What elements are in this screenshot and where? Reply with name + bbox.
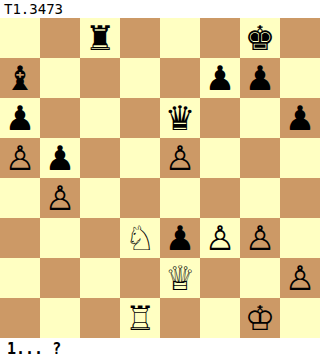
square-g2[interactable] <box>240 258 280 298</box>
square-g6[interactable] <box>240 98 280 138</box>
footer: 1... ? <box>0 338 320 360</box>
square-b5[interactable]: ♟ <box>40 138 80 178</box>
square-d8[interactable] <box>120 18 160 58</box>
square-h1[interactable] <box>280 298 320 338</box>
black-rook-c8[interactable]: ♜ <box>85 18 115 58</box>
square-f8[interactable] <box>200 18 240 58</box>
square-g1[interactable]: ♔ <box>240 298 280 338</box>
square-d7[interactable] <box>120 58 160 98</box>
square-g7[interactable]: ♟ <box>240 58 280 98</box>
square-c7[interactable] <box>80 58 120 98</box>
black-pawn-a6[interactable]: ♟ <box>5 98 35 138</box>
square-c1[interactable] <box>80 298 120 338</box>
square-g3[interactable]: ♙ <box>240 218 280 258</box>
square-c4[interactable] <box>80 178 120 218</box>
black-pawn-g7[interactable]: ♟ <box>245 58 275 98</box>
black-pawn-h6[interactable]: ♟ <box>285 98 315 138</box>
square-d2[interactable] <box>120 258 160 298</box>
square-b3[interactable] <box>40 218 80 258</box>
black-king-g8[interactable]: ♚ <box>245 18 275 58</box>
square-c5[interactable] <box>80 138 120 178</box>
black-pawn-f7[interactable]: ♟ <box>205 58 235 98</box>
white-pawn-b4[interactable]: ♙ <box>45 178 75 218</box>
white-pawn-g3[interactable]: ♙ <box>245 218 275 258</box>
square-h3[interactable] <box>280 218 320 258</box>
square-c3[interactable] <box>80 218 120 258</box>
square-b2[interactable] <box>40 258 80 298</box>
square-b6[interactable] <box>40 98 80 138</box>
square-d5[interactable] <box>120 138 160 178</box>
square-f6[interactable] <box>200 98 240 138</box>
square-b8[interactable] <box>40 18 80 58</box>
square-a1[interactable] <box>0 298 40 338</box>
square-h8[interactable] <box>280 18 320 58</box>
square-c8[interactable]: ♜ <box>80 18 120 58</box>
white-pawn-a5[interactable]: ♙ <box>5 138 35 178</box>
square-b7[interactable] <box>40 58 80 98</box>
square-g5[interactable] <box>240 138 280 178</box>
black-bishop-a7[interactable]: ♝ <box>5 58 35 98</box>
square-c6[interactable] <box>80 98 120 138</box>
white-pawn-e5[interactable]: ♙ <box>165 138 195 178</box>
square-e5[interactable]: ♙ <box>160 138 200 178</box>
square-h6[interactable]: ♟ <box>280 98 320 138</box>
square-h5[interactable] <box>280 138 320 178</box>
white-rook-d1[interactable]: ♖ <box>125 298 155 338</box>
chess-puzzle-page: T1.3473 ♜♚♝♟♟♟♛♟♙♟♙♙♘♟♙♙♕♙♖♔ 1... ? <box>0 0 320 360</box>
square-h7[interactable] <box>280 58 320 98</box>
black-pawn-b5[interactable]: ♟ <box>45 138 75 178</box>
square-a5[interactable]: ♙ <box>0 138 40 178</box>
square-a8[interactable] <box>0 18 40 58</box>
header: T1.3473 <box>0 0 320 18</box>
square-e3[interactable]: ♟ <box>160 218 200 258</box>
square-e8[interactable] <box>160 18 200 58</box>
square-f7[interactable]: ♟ <box>200 58 240 98</box>
square-f5[interactable] <box>200 138 240 178</box>
move-prompt: 1... ? <box>7 338 61 360</box>
square-e6[interactable]: ♛ <box>160 98 200 138</box>
square-h4[interactable] <box>280 178 320 218</box>
square-a7[interactable]: ♝ <box>0 58 40 98</box>
square-f4[interactable] <box>200 178 240 218</box>
square-a4[interactable] <box>0 178 40 218</box>
square-g4[interactable] <box>240 178 280 218</box>
square-d6[interactable] <box>120 98 160 138</box>
square-d1[interactable]: ♖ <box>120 298 160 338</box>
square-d3[interactable]: ♘ <box>120 218 160 258</box>
square-g8[interactable]: ♚ <box>240 18 280 58</box>
square-c2[interactable] <box>80 258 120 298</box>
square-e4[interactable] <box>160 178 200 218</box>
square-a2[interactable] <box>0 258 40 298</box>
square-h2[interactable]: ♙ <box>280 258 320 298</box>
white-queen-e2[interactable]: ♕ <box>165 258 195 298</box>
white-king-g1[interactable]: ♔ <box>245 298 275 338</box>
white-pawn-f3[interactable]: ♙ <box>205 218 235 258</box>
puzzle-title: T1.3473 <box>4 0 63 18</box>
square-f1[interactable] <box>200 298 240 338</box>
square-f3[interactable]: ♙ <box>200 218 240 258</box>
white-pawn-h2[interactable]: ♙ <box>285 258 315 298</box>
square-e2[interactable]: ♕ <box>160 258 200 298</box>
chess-board: ♜♚♝♟♟♟♛♟♙♟♙♙♘♟♙♙♕♙♖♔ <box>0 18 320 338</box>
black-pawn-e3[interactable]: ♟ <box>165 218 195 258</box>
white-knight-d3[interactable]: ♘ <box>125 218 155 258</box>
square-b1[interactable] <box>40 298 80 338</box>
square-a3[interactable] <box>0 218 40 258</box>
square-e1[interactable] <box>160 298 200 338</box>
square-a6[interactable]: ♟ <box>0 98 40 138</box>
square-b4[interactable]: ♙ <box>40 178 80 218</box>
square-d4[interactable] <box>120 178 160 218</box>
square-e7[interactable] <box>160 58 200 98</box>
square-f2[interactable] <box>200 258 240 298</box>
black-queen-e6[interactable]: ♛ <box>165 98 195 138</box>
